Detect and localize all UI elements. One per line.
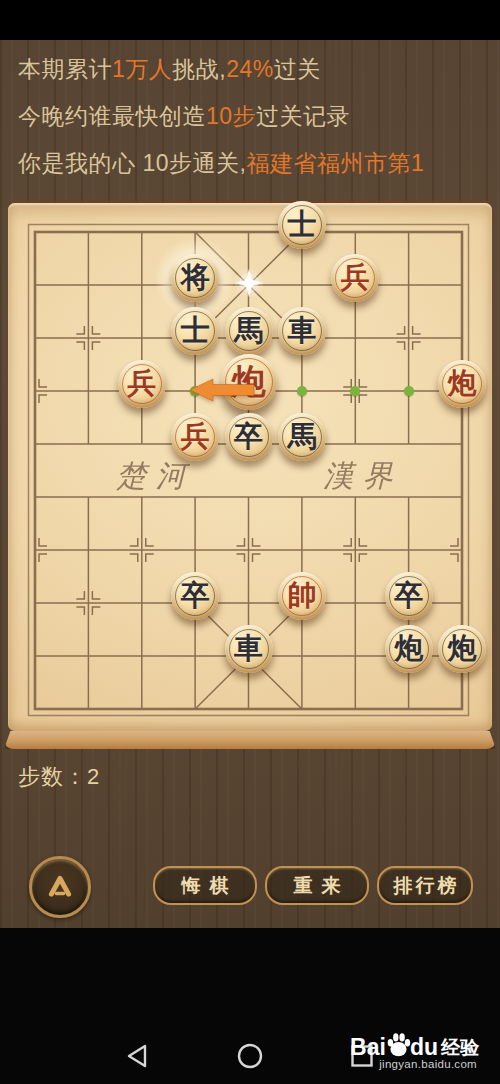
move-hint-dot[interactable] xyxy=(404,386,414,396)
baidu-du-text: du xyxy=(410,1034,438,1061)
piece-red-cannon[interactable]: 炮 xyxy=(438,360,486,408)
promo-text: 过关记录 xyxy=(256,101,350,132)
piece-label: 将 xyxy=(181,263,210,292)
promo-line: 本期累计1万人挑战,24%过关 xyxy=(18,46,494,93)
piece-black-cannon[interactable]: 炮 xyxy=(438,625,486,673)
promo-text: 过关 xyxy=(274,54,321,85)
piece-black-general[interactable]: 将 xyxy=(171,254,219,302)
piece-black-soldier[interactable]: 卒 xyxy=(225,413,273,461)
piece-label: 卒 xyxy=(394,581,423,610)
piece-label: 車 xyxy=(287,316,316,345)
piece-black-chariot[interactable]: 車 xyxy=(225,625,273,673)
baidu-jingyan-text: 经验 xyxy=(441,1035,479,1061)
piece-black-soldier[interactable]: 卒 xyxy=(171,572,219,620)
piece-label: 士 xyxy=(181,316,210,345)
chevron-up-icon xyxy=(40,867,80,907)
baidu-url-text: jingyan.baidu.com xyxy=(379,1058,477,1070)
piece-red-soldier[interactable]: 兵 xyxy=(171,413,219,461)
status-bar xyxy=(0,0,500,40)
promo-text: 今晚约谁最快创造 xyxy=(18,101,206,132)
app-screen: 本期累计1万人挑战,24%过关今晚约谁最快创造10步过关记录你是我的心 10步通… xyxy=(0,0,500,1084)
piece-label: 兵 xyxy=(341,263,370,292)
promo-highlight-text: 福建省福州市第1 xyxy=(246,148,424,179)
restart-button[interactable]: 重来 xyxy=(265,866,369,905)
piece-label: 士 xyxy=(287,210,316,239)
piece-red-soldier[interactable]: 兵 xyxy=(331,254,379,302)
piece-black-soldier[interactable]: 卒 xyxy=(385,572,433,620)
move-hint-dot[interactable] xyxy=(297,386,307,396)
promo-text-block: 本期累计1万人挑战,24%过关今晚约谁最快创造10步过关记录你是我的心 10步通… xyxy=(18,46,494,187)
promo-line: 今晚约谁最快创造10步过关记录 xyxy=(18,93,494,140)
home-icon[interactable] xyxy=(237,1043,263,1069)
piece-label: 帥 xyxy=(287,581,316,610)
promo-text: 你是我的心 10步通关, xyxy=(18,148,246,179)
piece-black-cannon[interactable]: 炮 xyxy=(385,625,433,673)
piece-black-advisor[interactable]: 士 xyxy=(278,201,326,249)
baidu-paw-icon xyxy=(385,1032,412,1059)
move-arrow xyxy=(188,377,256,403)
piece-label: 兵 xyxy=(181,422,210,451)
piece-label: 兵 xyxy=(127,369,156,398)
piece-black-horse[interactable]: 馬 xyxy=(225,307,273,355)
leaderboard-button[interactable]: 排行榜 xyxy=(377,866,473,905)
piece-label: 馬 xyxy=(287,422,316,451)
board-front-edge xyxy=(4,731,496,749)
piece-black-horse[interactable]: 馬 xyxy=(278,413,326,461)
piece-black-chariot[interactable]: 車 xyxy=(278,307,326,355)
piece-label: 炮 xyxy=(448,634,477,663)
piece-red-general[interactable]: 帥 xyxy=(278,572,326,620)
move-origin-sparkle xyxy=(232,266,266,300)
piece-label: 車 xyxy=(234,634,263,663)
promo-text: 本期累计 xyxy=(18,54,112,85)
xiangqi-board[interactable]: 楚 河 漢 界 士将兵士馬車兵炮炮兵卒馬卒帥卒車炮炮 xyxy=(8,203,492,731)
promo-highlight-text: 10步 xyxy=(206,101,256,132)
baidu-bai-text: Bai xyxy=(350,1034,386,1061)
collapse-button[interactable] xyxy=(29,856,91,918)
piece-label: 炮 xyxy=(394,634,423,663)
promo-text: 挑战, xyxy=(172,54,226,85)
undo-button[interactable]: 悔棋 xyxy=(153,866,257,905)
back-icon[interactable] xyxy=(124,1043,152,1069)
promo-highlight-text: 24% xyxy=(226,56,274,83)
move-hint-dot[interactable] xyxy=(350,386,360,396)
step-counter-value: 2 xyxy=(87,764,100,789)
piece-label: 卒 xyxy=(181,581,210,610)
piece-black-advisor[interactable]: 士 xyxy=(171,307,219,355)
promo-highlight-text: 1万人 xyxy=(112,54,172,85)
piece-label: 卒 xyxy=(234,422,263,451)
step-counter: 步数：2 xyxy=(18,762,100,792)
piece-label: 炮 xyxy=(448,369,477,398)
piece-red-soldier[interactable]: 兵 xyxy=(118,360,166,408)
promo-line: 你是我的心 10步通关,福建省福州市第1 xyxy=(18,140,494,187)
piece-label: 馬 xyxy=(234,316,263,345)
